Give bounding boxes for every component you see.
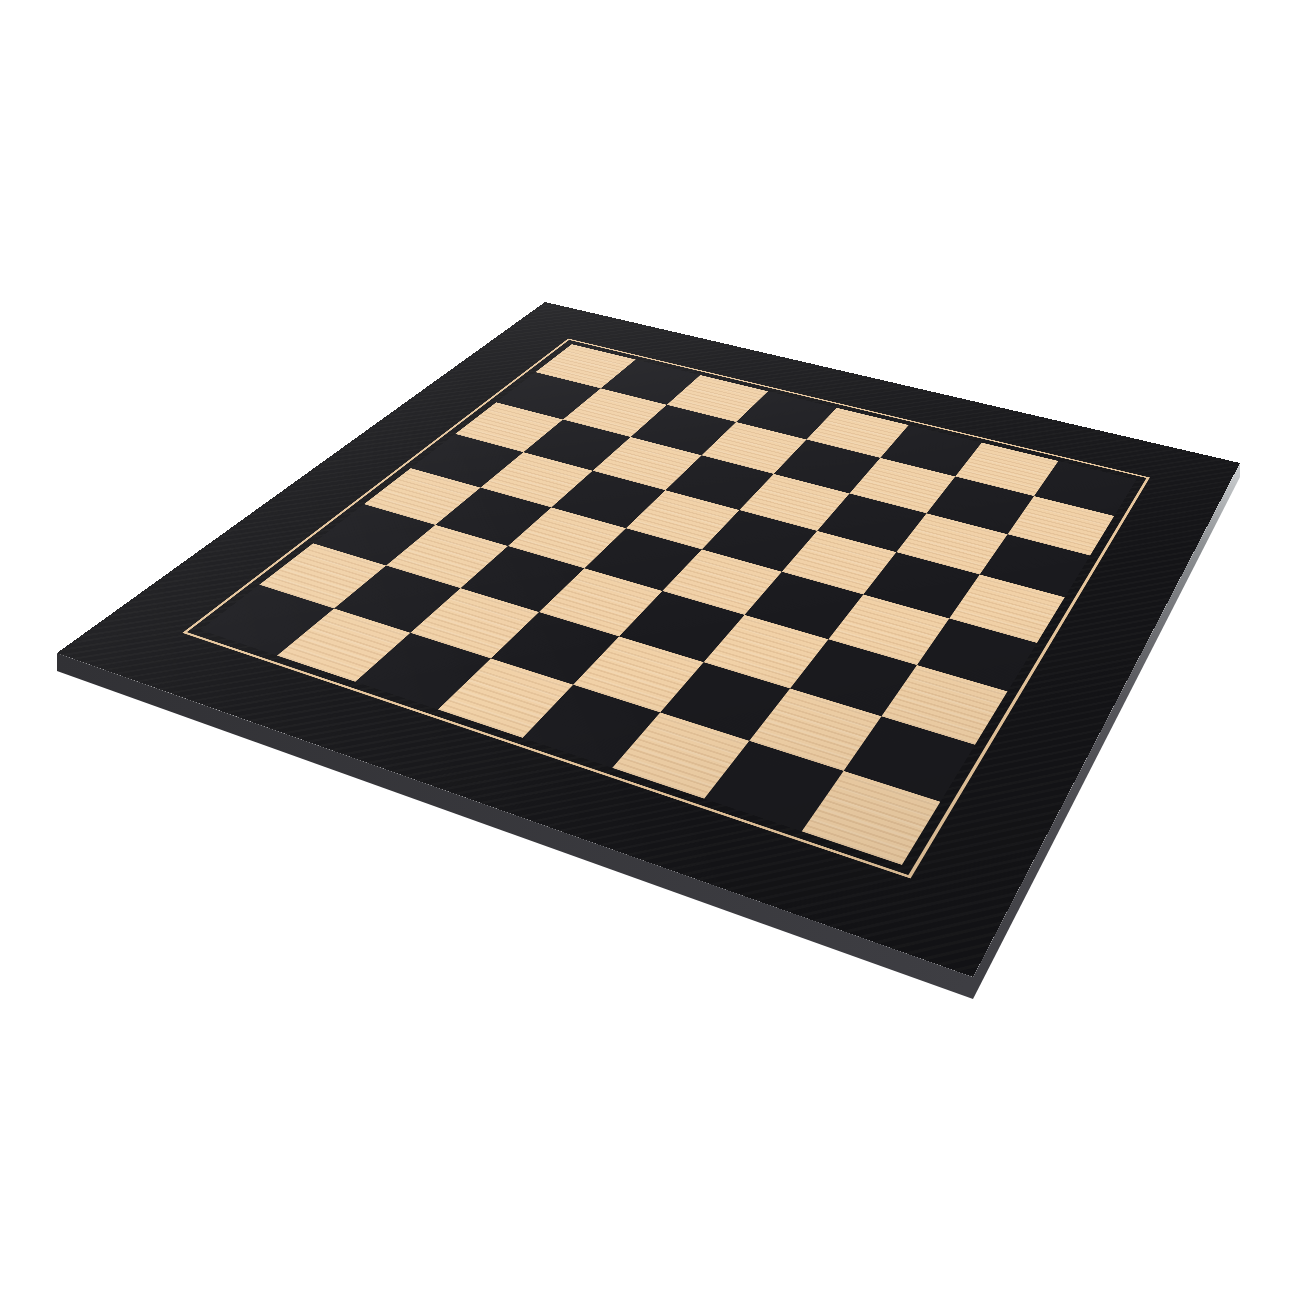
product-photo-scene <box>0 0 1300 1300</box>
